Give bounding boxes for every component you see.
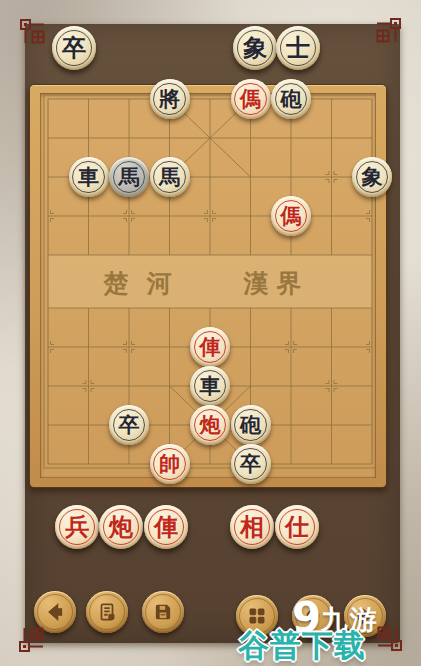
piece-black-馬[interactable]: 馬 [150,157,190,197]
save-button[interactable] [142,591,184,633]
piece-glyph: 士 [286,36,310,60]
game-screen: 卒象士 兵炮俥相仕 楚 河 漢 界 將傌砲車馬馬象傌俥車卒炮砲帥卒 9 九游 谷… [0,0,421,666]
board-grid: 楚 河 漢 界 將傌砲車馬馬象傌俥車卒炮砲帥卒 [40,93,376,478]
river-label: 界 [277,267,302,300]
knot-ornament-icon [377,626,403,652]
piece-glyph: 兵 [65,515,89,539]
piece-glyph: 俥 [154,515,178,539]
xiangqi-board: 楚 河 漢 界 將傌砲車馬馬象傌俥車卒炮砲帥卒 [29,84,387,488]
piece-red-相: 相 [230,505,274,549]
piece-glyph: 馬 [119,167,140,188]
piece-black-砲[interactable]: 砲 [271,79,311,119]
piece-glyph: 俥 [200,337,221,358]
piece-black-象[interactable]: 象 [352,157,392,197]
piece-black-卒: 卒 [52,26,96,70]
piece-glyph: 象 [243,36,267,60]
river-label: 河 [147,267,172,300]
piece-red-兵: 兵 [55,505,99,549]
hidden-button[interactable] [292,595,334,637]
piece-glyph: 卒 [62,36,86,60]
piece-glyph: 馬 [159,167,180,188]
piece-black-車[interactable]: 車 [190,366,230,406]
piece-black-士: 士 [276,26,320,70]
piece-glyph: 砲 [281,89,302,110]
piece-glyph: 將 [159,89,180,110]
gear-icon [302,605,324,627]
move-record-icon [96,601,118,623]
piece-glyph: 砲 [240,415,261,436]
piece-black-卒[interactable]: 卒 [109,405,149,445]
piece-glyph: 卒 [240,454,261,475]
knot-ornament-icon [376,17,402,43]
piece-glyph: 帥 [159,454,180,475]
grid-menu-icon [246,605,268,627]
record-button[interactable] [86,591,128,633]
piece-glyph: 炮 [200,415,221,436]
piece-black-馬[interactable]: 馬 [109,157,149,197]
piece-black-砲[interactable]: 砲 [231,405,271,445]
piece-glyph: 炮 [109,515,133,539]
piece-glyph: 卒 [119,415,140,436]
piece-black-將[interactable]: 將 [150,79,190,119]
piece-black-車[interactable]: 車 [69,157,109,197]
grid-menu-button[interactable] [236,595,278,637]
piece-red-傌[interactable]: 傌 [271,196,311,236]
piece-glyph: 相 [240,515,264,539]
piece-glyph: 傌 [240,89,261,110]
river-label: 漢 [244,267,269,300]
knot-ornament-icon [18,627,44,653]
piece-black-象: 象 [233,26,277,70]
piece-black-卒[interactable]: 卒 [231,444,271,484]
piece-glyph: 車 [78,167,99,188]
piece-red-炮: 炮 [99,505,143,549]
piece-red-俥: 俥 [144,505,188,549]
piece-red-俥[interactable]: 俥 [190,327,230,367]
piece-red-帥[interactable]: 帥 [150,444,190,484]
piece-glyph: 車 [200,376,221,397]
piece-red-炮[interactable]: 炮 [190,405,230,445]
piece-glyph: 象 [362,167,383,188]
back-arrow-icon [44,601,66,623]
piece-glyph: 傌 [281,206,302,227]
save-floppy-icon [152,601,174,623]
forward-arrow-icon [354,605,376,627]
river-label: 楚 [104,267,129,300]
piece-red-傌[interactable]: 傌 [231,79,271,119]
piece-red-仕: 仕 [275,505,319,549]
piece-glyph: 仕 [285,515,309,539]
knot-ornament-icon [19,18,45,44]
